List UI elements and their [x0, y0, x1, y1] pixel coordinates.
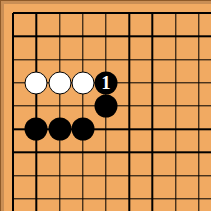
intersection-G13[interactable]	[141, 141, 164, 164]
intersection-C16[interactable]	[48, 71, 71, 94]
go-board-frame: 1	[0, 0, 211, 211]
intersection-K15[interactable]	[210, 94, 211, 117]
intersection-E16[interactable]: 1	[94, 71, 117, 94]
intersection-A13[interactable]	[4, 141, 25, 164]
intersection-F19[interactable]	[118, 4, 141, 25]
intersection-H10[interactable]	[164, 210, 187, 211]
intersection-G16[interactable]	[141, 71, 164, 94]
intersection-K11[interactable]	[210, 187, 211, 210]
intersection-F11[interactable]	[118, 187, 141, 210]
intersection-G14[interactable]	[141, 118, 164, 141]
intersection-C18[interactable]	[48, 25, 71, 48]
intersection-E12[interactable]	[94, 164, 117, 187]
intersection-H17[interactable]	[164, 48, 187, 71]
intersection-G15[interactable]	[141, 94, 164, 117]
intersection-C10[interactable]	[48, 210, 71, 211]
intersection-B12[interactable]	[25, 164, 48, 187]
intersection-C17[interactable]	[48, 48, 71, 71]
intersection-G10[interactable]	[141, 210, 164, 211]
intersection-D19[interactable]	[71, 4, 94, 25]
intersection-E14[interactable]	[94, 118, 117, 141]
intersection-D15[interactable]	[71, 94, 94, 117]
intersection-A19[interactable]	[4, 4, 25, 25]
intersection-B11[interactable]	[25, 187, 48, 210]
intersection-F16[interactable]	[118, 71, 141, 94]
intersection-H16[interactable]	[164, 71, 187, 94]
intersection-K10[interactable]	[210, 210, 211, 211]
intersection-H15[interactable]	[164, 94, 187, 117]
intersection-E13[interactable]	[94, 141, 117, 164]
intersection-D11[interactable]	[71, 187, 94, 210]
black-stone-E15	[95, 95, 118, 118]
intersection-C19[interactable]	[48, 4, 71, 25]
intersection-G18[interactable]	[141, 25, 164, 48]
intersection-A14[interactable]	[4, 118, 25, 141]
intersection-D10[interactable]	[71, 210, 94, 211]
intersection-G17[interactable]	[141, 48, 164, 71]
white-stone-C16	[48, 71, 71, 94]
intersection-K12[interactable]	[210, 164, 211, 187]
intersection-E18[interactable]	[94, 25, 117, 48]
intersection-F14[interactable]	[118, 118, 141, 141]
intersection-J12[interactable]	[187, 164, 210, 187]
intersection-B15[interactable]	[25, 94, 48, 117]
intersection-J14[interactable]	[187, 118, 210, 141]
go-board-grid: 1	[4, 4, 211, 211]
black-stone-E16: 1	[95, 71, 118, 94]
intersection-H12[interactable]	[164, 164, 187, 187]
intersection-F15[interactable]	[118, 94, 141, 117]
intersection-H14[interactable]	[164, 118, 187, 141]
intersection-B19[interactable]	[25, 4, 48, 25]
intersection-B10[interactable]	[25, 210, 48, 211]
intersection-D18[interactable]	[71, 25, 94, 48]
black-stone-B14	[25, 118, 48, 141]
move-number-label: 1	[101, 73, 111, 93]
intersection-C12[interactable]	[48, 164, 71, 187]
intersection-E17[interactable]	[94, 48, 117, 71]
intersection-A11[interactable]	[4, 187, 25, 210]
intersection-G11[interactable]	[141, 187, 164, 210]
intersection-K17[interactable]	[210, 48, 211, 71]
white-stone-D16	[71, 71, 94, 94]
white-stone-B16	[25, 71, 48, 94]
intersection-J19[interactable]	[187, 4, 210, 25]
intersection-D13[interactable]	[71, 141, 94, 164]
intersection-K13[interactable]	[210, 141, 211, 164]
intersection-A16[interactable]	[4, 71, 25, 94]
intersection-E10[interactable]	[94, 210, 117, 211]
intersection-D16[interactable]	[71, 71, 94, 94]
intersection-E19[interactable]	[94, 4, 117, 25]
intersection-K16[interactable]	[210, 71, 211, 94]
black-stone-D14	[71, 118, 94, 141]
intersection-A10[interactable]	[4, 210, 25, 211]
intersection-F12[interactable]	[118, 164, 141, 187]
intersection-G12[interactable]	[141, 164, 164, 187]
intersection-K19[interactable]	[210, 4, 211, 25]
intersection-A12[interactable]	[4, 164, 25, 187]
intersection-A15[interactable]	[4, 94, 25, 117]
intersection-E11[interactable]	[94, 187, 117, 210]
intersection-A17[interactable]	[4, 48, 25, 71]
intersection-B18[interactable]	[25, 25, 48, 48]
go-board: 1	[4, 4, 211, 211]
intersection-H18[interactable]	[164, 25, 187, 48]
intersection-H13[interactable]	[164, 141, 187, 164]
intersection-J18[interactable]	[187, 25, 210, 48]
intersection-C15[interactable]	[48, 94, 71, 117]
intersection-B14[interactable]	[25, 118, 48, 141]
intersection-G19[interactable]	[141, 4, 164, 25]
intersection-J15[interactable]	[187, 94, 210, 117]
intersection-K18[interactable]	[210, 25, 211, 48]
intersection-B16[interactable]	[25, 71, 48, 94]
intersection-K14[interactable]	[210, 118, 211, 141]
intersection-D12[interactable]	[71, 164, 94, 187]
intersection-C11[interactable]	[48, 187, 71, 210]
intersection-F17[interactable]	[118, 48, 141, 71]
intersection-A18[interactable]	[4, 25, 25, 48]
intersection-F13[interactable]	[118, 141, 141, 164]
intersection-D17[interactable]	[71, 48, 94, 71]
intersection-E15[interactable]	[94, 94, 117, 117]
intersection-B17[interactable]	[25, 48, 48, 71]
intersection-B13[interactable]	[25, 141, 48, 164]
intersection-C13[interactable]	[48, 141, 71, 164]
intersection-H19[interactable]	[164, 4, 187, 25]
intersection-J16[interactable]	[187, 71, 210, 94]
intersection-J11[interactable]	[187, 187, 210, 210]
intersection-J17[interactable]	[187, 48, 210, 71]
intersection-C14[interactable]	[48, 118, 71, 141]
intersection-F18[interactable]	[118, 25, 141, 48]
intersection-H11[interactable]	[164, 187, 187, 210]
intersection-F10[interactable]	[118, 210, 141, 211]
intersection-J10[interactable]	[187, 210, 210, 211]
black-stone-C14	[48, 118, 71, 141]
intersection-D14[interactable]	[71, 118, 94, 141]
intersection-J13[interactable]	[187, 141, 210, 164]
